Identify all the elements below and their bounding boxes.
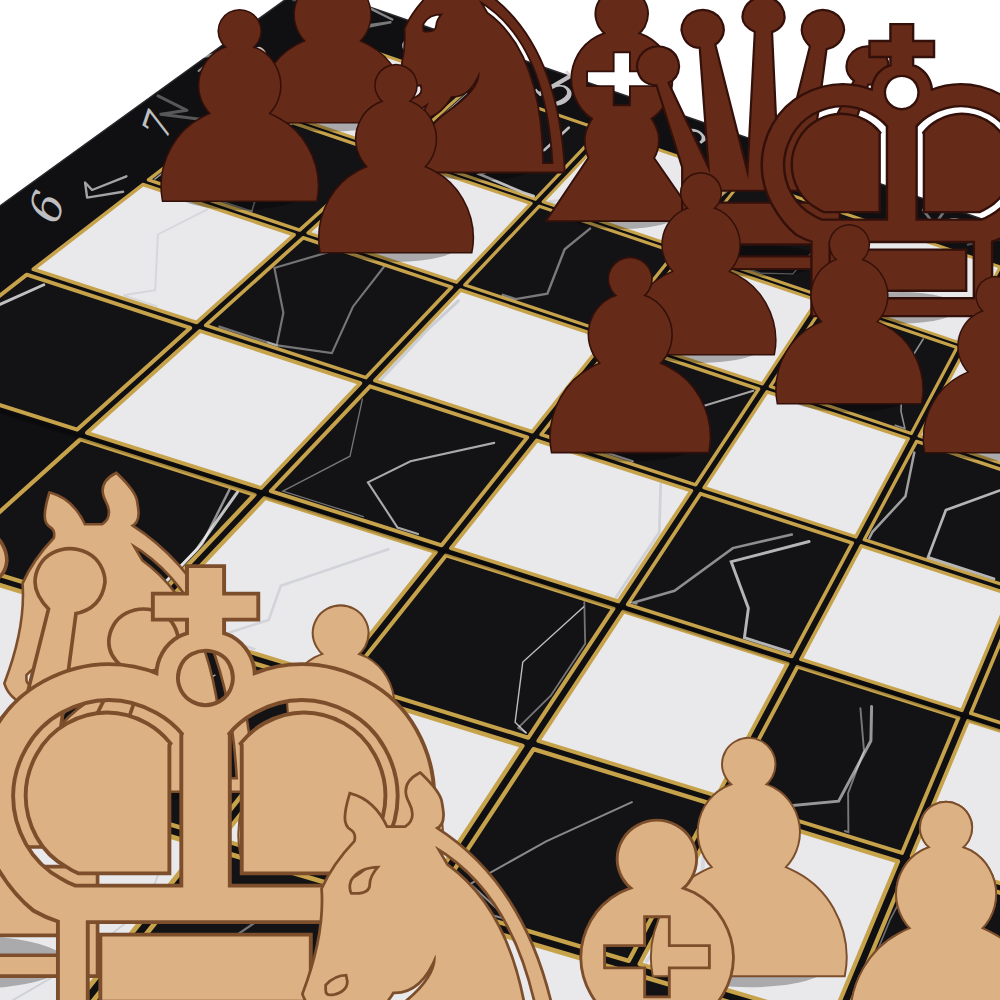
piece-white-bishop-f2: ♝ [443, 727, 871, 1000]
piece-black-pawn-d6: ♟ [511, 206, 749, 515]
piece-black-pawn-f7: ♟ [888, 230, 1000, 508]
piece-black-pawn-b7: ♟ [282, 15, 511, 312]
chessboard-product-photo: abcde876♟♞♟♝♟♛♚♟♟♟♟♞♟♛♟♟♟♚♞♝ [0, 0, 1000, 1000]
chessboard-scene: abcde876♟♞♟♝♟♛♚♟♟♟♟♞♟♛♟♟♟♚♞♝ [0, 0, 1000, 1000]
